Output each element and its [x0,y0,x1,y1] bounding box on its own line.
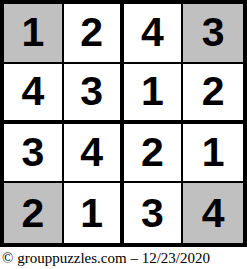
cell-r1c2: 2 [64,4,124,64]
cell-r4c2: 1 [64,183,124,243]
cell-r1c1: 1 [4,4,64,64]
cell-r3c2: 4 [64,124,124,184]
cell-r2c4: 2 [183,64,243,124]
copyright-footer: © grouppuzzles.com – 12/23/2020 [0,247,247,269]
cell-r2c2: 3 [64,64,124,124]
cell-r1c3: 4 [124,4,184,64]
puzzle-page: 1243431234212134 © grouppuzzles.com – 12… [0,0,247,269]
cell-r2c3: 1 [124,64,184,124]
cell-r4c3: 3 [124,183,184,243]
cell-r4c4: 4 [183,183,243,243]
puzzle-grid: 1243431234212134 [0,0,247,247]
cell-r3c4: 1 [183,124,243,184]
cell-r3c1: 3 [4,124,64,184]
cell-r2c1: 4 [4,64,64,124]
cell-r1c4: 3 [183,4,243,64]
cell-r3c3: 2 [124,124,184,184]
cell-r4c1: 2 [4,183,64,243]
